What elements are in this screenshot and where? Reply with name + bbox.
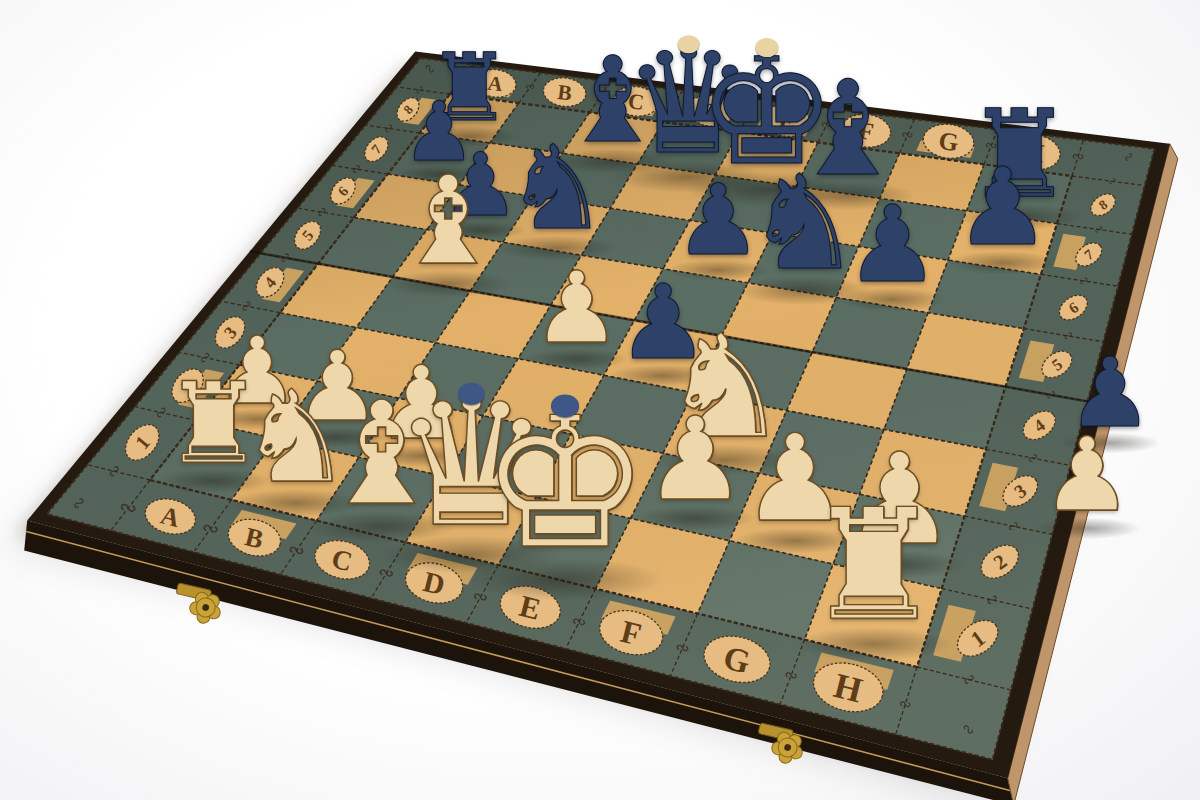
piece-white-king-e1[interactable]: ♚ xyxy=(479,385,650,576)
crown-accent xyxy=(755,38,778,57)
pawn-glyph: ♟ xyxy=(532,258,621,357)
piece-black-pawn-g6[interactable]: ♟ xyxy=(845,192,940,298)
piece-black-knight-c6[interactable]: ♞ xyxy=(505,130,609,246)
photo-scene: AA88BB77CC66DD55EE44FF33GG22HH11∾∾∾∾∾∾∾∾… xyxy=(0,0,1200,800)
piece-white-bishop-b5[interactable]: ♝ xyxy=(393,159,502,281)
vine-curl: ∾ xyxy=(524,78,536,94)
pawn-glyph: ♟ xyxy=(845,192,940,298)
knight-glyph: ♞ xyxy=(505,130,609,246)
crown-accent xyxy=(551,394,580,417)
pawn-glyph: ♟ xyxy=(955,154,1051,261)
piece-white-pawn-captured-2[interactable]: ♟ xyxy=(1041,424,1132,526)
rook-glyph: ♜ xyxy=(805,488,942,641)
pawn-glyph: ♟ xyxy=(1041,424,1132,526)
piece-white-pawn-f2[interactable]: ♟ xyxy=(644,401,747,516)
bishop-glyph: ♝ xyxy=(393,159,502,281)
piece-white-rook-h1[interactable]: ♜ xyxy=(805,488,942,641)
pawn-glyph: ♟ xyxy=(644,401,747,516)
piece-black-pawn-h7[interactable]: ♟ xyxy=(955,154,1051,261)
piece-white-pawn-d4[interactable]: ♟ xyxy=(532,258,621,357)
